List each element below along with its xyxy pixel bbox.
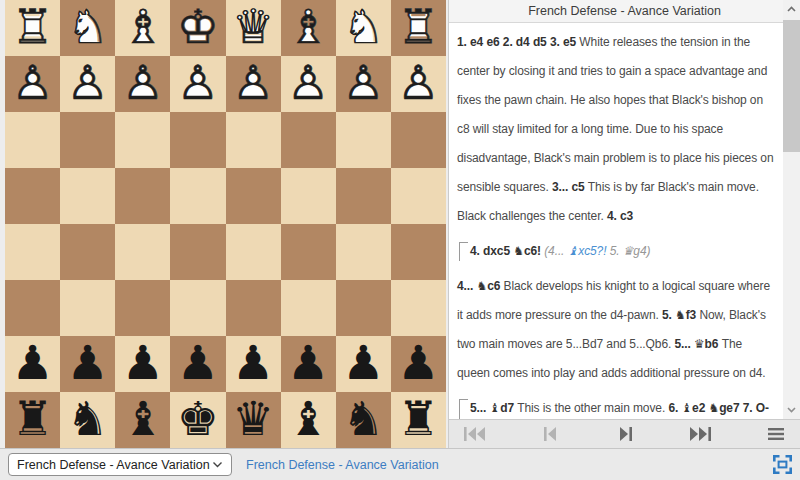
- move-text[interactable]: 3... c5: [552, 180, 588, 194]
- skip-to-end-icon: [689, 427, 711, 441]
- square-d3[interactable]: [226, 112, 281, 168]
- piece-black-pawn: ♟: [5, 336, 60, 392]
- comment-text: (4...: [544, 244, 567, 258]
- comment-text: White releases the tension in the center…: [457, 35, 773, 194]
- piece-white-pawn: ♟♙: [60, 56, 115, 112]
- step-forward-icon: [616, 427, 634, 441]
- footer-bar: French Defense - Avance Variation French…: [0, 448, 800, 480]
- square-f3[interactable]: [115, 112, 170, 168]
- square-g7[interactable]: ♟: [60, 336, 115, 392]
- scroll-down-button[interactable]: [783, 402, 800, 418]
- scrollbar[interactable]: [783, 0, 800, 419]
- piece-black-rook: ♜: [5, 392, 60, 448]
- square-d2[interactable]: ♟♙: [226, 56, 281, 112]
- square-a7[interactable]: ♟: [391, 336, 446, 392]
- square-b8[interactable]: ♞: [336, 392, 391, 448]
- square-d8[interactable]: ♛: [226, 392, 281, 448]
- square-a2[interactable]: ♟♙: [391, 56, 446, 112]
- square-a8[interactable]: ♜: [391, 392, 446, 448]
- move-link[interactable]: ♝xc5?!: [568, 244, 607, 258]
- square-c6[interactable]: [281, 280, 336, 336]
- square-g1[interactable]: ♞♘: [60, 0, 115, 56]
- square-f8[interactable]: ♝: [115, 392, 170, 448]
- comment-text: 5. ♛g4): [606, 244, 650, 258]
- piece-black-knight: ♞: [336, 392, 391, 448]
- chevron-down-icon: [212, 461, 223, 468]
- move-text[interactable]: 4. dxc5 ♞c6!: [470, 244, 544, 258]
- variation-select-value: French Defense - Avance Variation: [17, 458, 212, 472]
- move-text[interactable]: 5... ♝d7: [470, 401, 517, 415]
- square-g4[interactable]: [60, 168, 115, 224]
- board-area: ♜♖♞♘♝♗♚♔♛♕♝♗♞♘♜♖♟♙♟♙♟♙♟♙♟♙♟♙♟♙♟♙♟♟♟♟♟♟♟♟…: [0, 0, 448, 448]
- square-h6[interactable]: [5, 280, 60, 336]
- piece-black-bishop: ♝: [281, 392, 336, 448]
- move-navigation: [449, 419, 800, 448]
- chess-board[interactable]: ♜♖♞♘♝♗♚♔♛♕♝♗♞♘♜♖♟♙♟♙♟♙♟♙♟♙♟♙♟♙♟♙♟♟♟♟♟♟♟♟…: [5, 0, 446, 448]
- piece-white-pawn: ♟♙: [391, 56, 446, 112]
- scrollbar-thumb[interactable]: [783, 20, 800, 152]
- variation-select[interactable]: French Defense - Avance Variation: [8, 453, 232, 476]
- square-h3[interactable]: [5, 112, 60, 168]
- piece-black-pawn: ♟: [60, 336, 115, 392]
- piece-black-pawn: ♟: [226, 336, 281, 392]
- square-d6[interactable]: [226, 280, 281, 336]
- square-c4[interactable]: [281, 168, 336, 224]
- square-a6[interactable]: [391, 280, 446, 336]
- square-d7[interactable]: ♟: [226, 336, 281, 392]
- piece-white-knight: ♞♘: [60, 0, 115, 56]
- square-h8[interactable]: ♜: [5, 392, 60, 448]
- chess-opening-viewer: ♜♖♞♘♝♗♚♔♛♕♝♗♞♘♜♖♟♙♟♙♟♙♟♙♟♙♟♙♟♙♟♙♟♟♟♟♟♟♟♟…: [0, 0, 800, 480]
- square-b6[interactable]: [336, 280, 391, 336]
- square-c5[interactable]: [281, 224, 336, 280]
- square-e4[interactable]: [170, 168, 225, 224]
- piece-white-knight: ♞♘: [336, 0, 391, 56]
- square-c1[interactable]: ♝♗: [281, 0, 336, 56]
- piece-white-pawn: ♟♙: [281, 56, 336, 112]
- square-d4[interactable]: [226, 168, 281, 224]
- piece-black-rook: ♜: [391, 392, 446, 448]
- piece-black-pawn: ♟: [336, 336, 391, 392]
- piece-white-pawn: ♟♙: [336, 56, 391, 112]
- piece-black-pawn: ♟: [115, 336, 170, 392]
- piece-white-pawn: ♟♙: [170, 56, 225, 112]
- square-f2[interactable]: ♟♙: [115, 56, 170, 112]
- square-b4[interactable]: [336, 168, 391, 224]
- square-d1[interactable]: ♛♕: [226, 0, 281, 56]
- piece-white-rook: ♜♖: [391, 0, 446, 56]
- square-f4[interactable]: [115, 168, 170, 224]
- square-c7[interactable]: ♟: [281, 336, 336, 392]
- square-e2[interactable]: ♟♙: [170, 56, 225, 112]
- square-g8[interactable]: ♞: [60, 392, 115, 448]
- opening-title: French Defense - Avance Variation: [449, 0, 800, 23]
- opening-link[interactable]: French Defense - Avance Variation: [246, 458, 439, 472]
- square-h4[interactable]: [5, 168, 60, 224]
- square-g3[interactable]: [60, 112, 115, 168]
- square-e3[interactable]: [170, 112, 225, 168]
- square-c3[interactable]: [281, 112, 336, 168]
- annotation-paragraph: 4... ♞c6 Black develops his knight to a …: [457, 272, 776, 388]
- move-text[interactable]: 4. c3: [607, 209, 633, 223]
- piece-black-knight: ♞: [60, 392, 115, 448]
- square-e5[interactable]: [170, 224, 225, 280]
- square-c8[interactable]: ♝: [281, 392, 336, 448]
- chevron-down-icon: [787, 407, 796, 413]
- piece-white-queen: ♛♕: [226, 0, 281, 56]
- move-text[interactable]: 5. ♞f3: [662, 308, 699, 322]
- piece-white-pawn: ♟♙: [5, 56, 60, 112]
- square-e1[interactable]: ♚♔: [170, 0, 225, 56]
- annotation-paragraph: 1. e4 e6 2. d4 d5 3. e5 White releases t…: [457, 28, 776, 231]
- square-g6[interactable]: [60, 280, 115, 336]
- scroll-up-button[interactable]: [783, 1, 800, 17]
- hamburger-icon: [767, 427, 785, 441]
- square-g5[interactable]: [60, 224, 115, 280]
- piece-white-king: ♚♔: [170, 0, 225, 56]
- square-b1[interactable]: ♞♘: [336, 0, 391, 56]
- move-text[interactable]: 4... ♞c6: [457, 279, 504, 293]
- square-b3[interactable]: [336, 112, 391, 168]
- go-to-start-button[interactable]: [464, 427, 486, 441]
- square-f1[interactable]: ♝♗: [115, 0, 170, 56]
- previous-move-button[interactable]: [542, 427, 560, 441]
- square-e6[interactable]: [170, 280, 225, 336]
- square-f7[interactable]: ♟: [115, 336, 170, 392]
- moves-menu-button[interactable]: [767, 427, 785, 441]
- square-e8[interactable]: ♚: [170, 392, 225, 448]
- go-to-end-button[interactable]: [689, 427, 711, 441]
- piece-white-pawn: ♟♙: [226, 56, 281, 112]
- square-b7[interactable]: ♟: [336, 336, 391, 392]
- square-d5[interactable]: [226, 224, 281, 280]
- square-b5[interactable]: [336, 224, 391, 280]
- square-f6[interactable]: [115, 280, 170, 336]
- piece-black-pawn: ♟: [391, 336, 446, 392]
- piece-white-rook: ♜♖: [5, 0, 60, 56]
- chevron-up-icon: [787, 6, 796, 12]
- square-e7[interactable]: ♟: [170, 336, 225, 392]
- square-h7[interactable]: ♟: [5, 336, 60, 392]
- piece-black-pawn: ♟: [170, 336, 225, 392]
- comment-text: This is the other main move.: [517, 401, 668, 415]
- square-a1[interactable]: ♜♖: [391, 0, 446, 56]
- variation-line: 4. dxc5 ♞c6! (4... ♝xc5?! 5. ♛g4): [457, 237, 776, 266]
- square-h2[interactable]: ♟♙: [5, 56, 60, 112]
- square-b2[interactable]: ♟♙: [336, 56, 391, 112]
- square-f5[interactable]: [115, 224, 170, 280]
- variation-line: 5... ♝d7 This is the other main move. 6.…: [457, 394, 776, 420]
- skip-to-start-icon: [464, 427, 486, 441]
- square-a3[interactable]: [391, 112, 446, 168]
- notation-panel: French Defense - Avance Variation 1. e4 …: [448, 0, 800, 448]
- step-back-icon: [542, 427, 560, 441]
- move-text[interactable]: 1. e4 e6 2. d4 d5 3. e5: [457, 35, 579, 49]
- piece-black-pawn: ♟: [281, 336, 336, 392]
- next-move-button[interactable]: [616, 427, 634, 441]
- fullscreen-button[interactable]: [771, 454, 793, 476]
- square-g2[interactable]: ♟♙: [60, 56, 115, 112]
- square-h5[interactable]: [5, 224, 60, 280]
- piece-black-king: ♚: [170, 392, 225, 448]
- fullscreen-icon: [772, 454, 793, 475]
- move-text[interactable]: 5... ♛b6: [674, 337, 721, 351]
- square-c2[interactable]: ♟♙: [281, 56, 336, 112]
- annotation-text[interactable]: 1. e4 e6 2. d4 d5 3. e5 White releases t…: [449, 23, 800, 420]
- square-a5[interactable]: [391, 224, 446, 280]
- piece-black-queen: ♛: [226, 392, 281, 448]
- piece-white-bishop: ♝♗: [281, 0, 336, 56]
- square-a4[interactable]: [391, 168, 446, 224]
- piece-black-bishop: ♝: [115, 392, 170, 448]
- piece-white-bishop: ♝♗: [115, 0, 170, 56]
- square-h1[interactable]: ♜♖: [5, 0, 60, 56]
- piece-white-pawn: ♟♙: [115, 56, 170, 112]
